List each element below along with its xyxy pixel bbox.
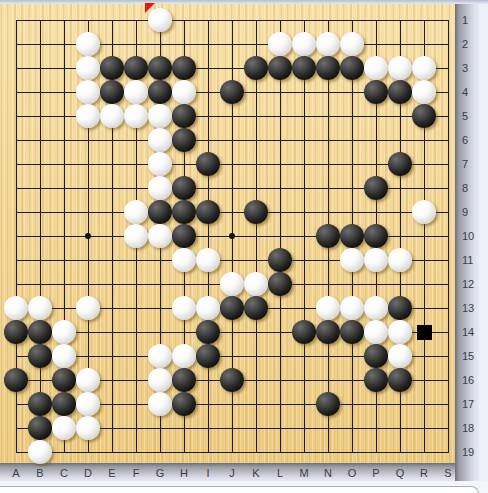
intersection-G13[interactable] bbox=[148, 296, 172, 320]
intersection-Q2[interactable] bbox=[388, 32, 412, 56]
intersection-P1[interactable] bbox=[364, 8, 388, 32]
intersection-C11[interactable] bbox=[52, 248, 76, 272]
intersection-P13[interactable] bbox=[364, 296, 388, 320]
intersection-A6[interactable] bbox=[4, 128, 28, 152]
intersection-A12[interactable] bbox=[4, 272, 28, 296]
intersection-A14[interactable] bbox=[4, 320, 28, 344]
intersection-O9[interactable] bbox=[340, 200, 364, 224]
intersection-M10[interactable] bbox=[292, 224, 316, 248]
intersection-K7[interactable] bbox=[244, 152, 268, 176]
intersection-C15[interactable] bbox=[52, 344, 76, 368]
intersection-F7[interactable] bbox=[124, 152, 148, 176]
intersection-J11[interactable] bbox=[220, 248, 244, 272]
intersection-G9[interactable] bbox=[148, 200, 172, 224]
intersection-I7[interactable] bbox=[196, 152, 220, 176]
intersection-B7[interactable] bbox=[28, 152, 52, 176]
intersection-F9[interactable] bbox=[124, 200, 148, 224]
intersection-P15[interactable] bbox=[364, 344, 388, 368]
intersection-K12[interactable] bbox=[244, 272, 268, 296]
intersection-L18[interactable] bbox=[268, 416, 292, 440]
intersection-A17[interactable] bbox=[4, 392, 28, 416]
intersection-R6[interactable] bbox=[412, 128, 436, 152]
intersection-A5[interactable] bbox=[4, 104, 28, 128]
intersection-F16[interactable] bbox=[124, 368, 148, 392]
intersection-E4[interactable] bbox=[100, 80, 124, 104]
intersection-B3[interactable] bbox=[28, 56, 52, 80]
intersection-B11[interactable] bbox=[28, 248, 52, 272]
intersection-J16[interactable] bbox=[220, 368, 244, 392]
intersection-I19[interactable] bbox=[196, 440, 220, 464]
intersection-M19[interactable] bbox=[292, 440, 316, 464]
intersection-Q10[interactable] bbox=[388, 224, 412, 248]
intersection-P3[interactable] bbox=[364, 56, 388, 80]
intersection-D5[interactable] bbox=[76, 104, 100, 128]
intersection-I13[interactable] bbox=[196, 296, 220, 320]
intersection-E7[interactable] bbox=[100, 152, 124, 176]
intersection-N4[interactable] bbox=[316, 80, 340, 104]
intersection-K14[interactable] bbox=[244, 320, 268, 344]
intersection-C19[interactable] bbox=[52, 440, 76, 464]
intersection-P16[interactable] bbox=[364, 368, 388, 392]
intersection-B4[interactable] bbox=[28, 80, 52, 104]
intersection-Q12[interactable] bbox=[388, 272, 412, 296]
intersection-N1[interactable] bbox=[316, 8, 340, 32]
intersection-M8[interactable] bbox=[292, 176, 316, 200]
intersection-C2[interactable] bbox=[52, 32, 76, 56]
intersection-K16[interactable] bbox=[244, 368, 268, 392]
intersection-R13[interactable] bbox=[412, 296, 436, 320]
intersection-H10[interactable] bbox=[172, 224, 196, 248]
intersection-C9[interactable] bbox=[52, 200, 76, 224]
intersection-R19[interactable] bbox=[412, 440, 436, 464]
intersection-B17[interactable] bbox=[28, 392, 52, 416]
intersection-C17[interactable] bbox=[52, 392, 76, 416]
intersection-L14[interactable] bbox=[268, 320, 292, 344]
intersection-M1[interactable] bbox=[292, 8, 316, 32]
intersection-I15[interactable] bbox=[196, 344, 220, 368]
intersection-D8[interactable] bbox=[76, 176, 100, 200]
intersection-L6[interactable] bbox=[268, 128, 292, 152]
intersection-D17[interactable] bbox=[76, 392, 100, 416]
intersection-H11[interactable] bbox=[172, 248, 196, 272]
intersection-K4[interactable] bbox=[244, 80, 268, 104]
intersection-G12[interactable] bbox=[148, 272, 172, 296]
intersection-F6[interactable] bbox=[124, 128, 148, 152]
intersection-H12[interactable] bbox=[172, 272, 196, 296]
intersection-B15[interactable] bbox=[28, 344, 52, 368]
intersection-M18[interactable] bbox=[292, 416, 316, 440]
intersection-I8[interactable] bbox=[196, 176, 220, 200]
intersection-D15[interactable] bbox=[76, 344, 100, 368]
intersection-P12[interactable] bbox=[364, 272, 388, 296]
intersection-K11[interactable] bbox=[244, 248, 268, 272]
intersection-N8[interactable] bbox=[316, 176, 340, 200]
intersection-R3[interactable] bbox=[412, 56, 436, 80]
intersection-M17[interactable] bbox=[292, 392, 316, 416]
intersection-C10[interactable] bbox=[52, 224, 76, 248]
intersection-Q8[interactable] bbox=[388, 176, 412, 200]
intersection-E19[interactable] bbox=[100, 440, 124, 464]
intersection-Q15[interactable] bbox=[388, 344, 412, 368]
intersection-D10[interactable] bbox=[76, 224, 100, 248]
intersection-N18[interactable] bbox=[316, 416, 340, 440]
intersection-H1[interactable] bbox=[172, 8, 196, 32]
intersection-L4[interactable] bbox=[268, 80, 292, 104]
intersection-N2[interactable] bbox=[316, 32, 340, 56]
intersection-Q17[interactable] bbox=[388, 392, 412, 416]
intersection-A3[interactable] bbox=[4, 56, 28, 80]
intersection-P18[interactable] bbox=[364, 416, 388, 440]
intersection-K13[interactable] bbox=[244, 296, 268, 320]
intersection-G7[interactable] bbox=[148, 152, 172, 176]
intersection-O14[interactable] bbox=[340, 320, 364, 344]
intersection-O10[interactable] bbox=[340, 224, 364, 248]
intersection-C8[interactable] bbox=[52, 176, 76, 200]
intersection-D7[interactable] bbox=[76, 152, 100, 176]
intersection-C13[interactable] bbox=[52, 296, 76, 320]
intersection-R4[interactable] bbox=[412, 80, 436, 104]
intersection-K18[interactable] bbox=[244, 416, 268, 440]
intersection-J9[interactable] bbox=[220, 200, 244, 224]
intersection-C1[interactable] bbox=[52, 8, 76, 32]
intersection-K9[interactable] bbox=[244, 200, 268, 224]
intersection-I6[interactable] bbox=[196, 128, 220, 152]
intersection-B16[interactable] bbox=[28, 368, 52, 392]
intersection-G10[interactable] bbox=[148, 224, 172, 248]
intersection-F4[interactable] bbox=[124, 80, 148, 104]
intersection-I11[interactable] bbox=[196, 248, 220, 272]
intersection-P2[interactable] bbox=[364, 32, 388, 56]
intersection-C4[interactable] bbox=[52, 80, 76, 104]
intersection-H5[interactable] bbox=[172, 104, 196, 128]
intersection-B19[interactable] bbox=[28, 440, 52, 464]
intersection-J6[interactable] bbox=[220, 128, 244, 152]
intersection-G3[interactable] bbox=[148, 56, 172, 80]
intersection-H9[interactable] bbox=[172, 200, 196, 224]
intersection-G19[interactable] bbox=[148, 440, 172, 464]
intersection-E12[interactable] bbox=[100, 272, 124, 296]
intersection-L9[interactable] bbox=[268, 200, 292, 224]
intersection-R11[interactable] bbox=[412, 248, 436, 272]
intersection-M11[interactable] bbox=[292, 248, 316, 272]
intersection-I3[interactable] bbox=[196, 56, 220, 80]
intersection-J4[interactable] bbox=[220, 80, 244, 104]
intersection-Q9[interactable] bbox=[388, 200, 412, 224]
intersection-F17[interactable] bbox=[124, 392, 148, 416]
intersection-N12[interactable] bbox=[316, 272, 340, 296]
intersection-I16[interactable] bbox=[196, 368, 220, 392]
intersection-E9[interactable] bbox=[100, 200, 124, 224]
intersection-N16[interactable] bbox=[316, 368, 340, 392]
intersection-J17[interactable] bbox=[220, 392, 244, 416]
intersection-N7[interactable] bbox=[316, 152, 340, 176]
intersection-I2[interactable] bbox=[196, 32, 220, 56]
intersection-Q13[interactable] bbox=[388, 296, 412, 320]
intersection-Q6[interactable] bbox=[388, 128, 412, 152]
intersection-I9[interactable] bbox=[196, 200, 220, 224]
intersection-F18[interactable] bbox=[124, 416, 148, 440]
intersection-O19[interactable] bbox=[340, 440, 364, 464]
intersection-H15[interactable] bbox=[172, 344, 196, 368]
intersection-M7[interactable] bbox=[292, 152, 316, 176]
intersection-G14[interactable] bbox=[148, 320, 172, 344]
intersection-I17[interactable] bbox=[196, 392, 220, 416]
intersection-J5[interactable] bbox=[220, 104, 244, 128]
intersection-F14[interactable] bbox=[124, 320, 148, 344]
intersection-H13[interactable] bbox=[172, 296, 196, 320]
intersection-Q19[interactable] bbox=[388, 440, 412, 464]
intersection-N9[interactable] bbox=[316, 200, 340, 224]
intersection-N14[interactable] bbox=[316, 320, 340, 344]
intersection-K1[interactable] bbox=[244, 8, 268, 32]
intersection-D6[interactable] bbox=[76, 128, 100, 152]
intersection-L12[interactable] bbox=[268, 272, 292, 296]
intersection-C16[interactable] bbox=[52, 368, 76, 392]
intersection-F15[interactable] bbox=[124, 344, 148, 368]
intersection-M12[interactable] bbox=[292, 272, 316, 296]
intersection-G15[interactable] bbox=[148, 344, 172, 368]
intersection-G18[interactable] bbox=[148, 416, 172, 440]
intersection-A10[interactable] bbox=[4, 224, 28, 248]
intersection-K17[interactable] bbox=[244, 392, 268, 416]
intersection-H8[interactable] bbox=[172, 176, 196, 200]
intersection-H19[interactable] bbox=[172, 440, 196, 464]
intersection-I5[interactable] bbox=[196, 104, 220, 128]
intersection-P4[interactable] bbox=[364, 80, 388, 104]
intersection-O4[interactable] bbox=[340, 80, 364, 104]
intersection-Q7[interactable] bbox=[388, 152, 412, 176]
intersection-F10[interactable] bbox=[124, 224, 148, 248]
intersection-D1[interactable] bbox=[76, 8, 100, 32]
intersection-K3[interactable] bbox=[244, 56, 268, 80]
intersection-F8[interactable] bbox=[124, 176, 148, 200]
intersection-R15[interactable] bbox=[412, 344, 436, 368]
intersection-B6[interactable] bbox=[28, 128, 52, 152]
intersection-P19[interactable] bbox=[364, 440, 388, 464]
intersection-D14[interactable] bbox=[76, 320, 100, 344]
intersection-M4[interactable] bbox=[292, 80, 316, 104]
intersection-F5[interactable] bbox=[124, 104, 148, 128]
intersection-E10[interactable] bbox=[100, 224, 124, 248]
intersection-D3[interactable] bbox=[76, 56, 100, 80]
intersection-E15[interactable] bbox=[100, 344, 124, 368]
intersection-A8[interactable] bbox=[4, 176, 28, 200]
intersection-L17[interactable] bbox=[268, 392, 292, 416]
intersection-A19[interactable] bbox=[4, 440, 28, 464]
intersection-L1[interactable] bbox=[268, 8, 292, 32]
intersection-L7[interactable] bbox=[268, 152, 292, 176]
intersection-O11[interactable] bbox=[340, 248, 364, 272]
intersection-B1[interactable] bbox=[28, 8, 52, 32]
intersection-A4[interactable] bbox=[4, 80, 28, 104]
intersection-R8[interactable] bbox=[412, 176, 436, 200]
intersection-K8[interactable] bbox=[244, 176, 268, 200]
intersection-N13[interactable] bbox=[316, 296, 340, 320]
intersection-B14[interactable] bbox=[28, 320, 52, 344]
intersection-H7[interactable] bbox=[172, 152, 196, 176]
intersection-L8[interactable] bbox=[268, 176, 292, 200]
intersection-L5[interactable] bbox=[268, 104, 292, 128]
intersection-K10[interactable] bbox=[244, 224, 268, 248]
intersection-G16[interactable] bbox=[148, 368, 172, 392]
intersection-E8[interactable] bbox=[100, 176, 124, 200]
intersection-D13[interactable] bbox=[76, 296, 100, 320]
intersection-O7[interactable] bbox=[340, 152, 364, 176]
intersection-Q1[interactable] bbox=[388, 8, 412, 32]
intersection-H6[interactable] bbox=[172, 128, 196, 152]
intersection-L13[interactable] bbox=[268, 296, 292, 320]
intersection-A15[interactable] bbox=[4, 344, 28, 368]
intersection-L16[interactable] bbox=[268, 368, 292, 392]
intersection-F2[interactable] bbox=[124, 32, 148, 56]
intersection-E14[interactable] bbox=[100, 320, 124, 344]
intersection-D16[interactable] bbox=[76, 368, 100, 392]
intersection-F13[interactable] bbox=[124, 296, 148, 320]
intersection-Q3[interactable] bbox=[388, 56, 412, 80]
intersection-J18[interactable] bbox=[220, 416, 244, 440]
intersection-K2[interactable] bbox=[244, 32, 268, 56]
intersection-A16[interactable] bbox=[4, 368, 28, 392]
intersection-Q16[interactable] bbox=[388, 368, 412, 392]
intersection-J2[interactable] bbox=[220, 32, 244, 56]
intersection-B2[interactable] bbox=[28, 32, 52, 56]
intersection-R5[interactable] bbox=[412, 104, 436, 128]
intersection-E11[interactable] bbox=[100, 248, 124, 272]
intersection-E18[interactable] bbox=[100, 416, 124, 440]
intersection-O3[interactable] bbox=[340, 56, 364, 80]
intersection-G1[interactable] bbox=[148, 8, 172, 32]
intersection-G17[interactable] bbox=[148, 392, 172, 416]
intersection-N15[interactable] bbox=[316, 344, 340, 368]
intersection-D18[interactable] bbox=[76, 416, 100, 440]
intersection-J10[interactable] bbox=[220, 224, 244, 248]
intersection-O16[interactable] bbox=[340, 368, 364, 392]
intersection-I14[interactable] bbox=[196, 320, 220, 344]
intersection-M14[interactable] bbox=[292, 320, 316, 344]
intersection-E6[interactable] bbox=[100, 128, 124, 152]
intersection-A1[interactable] bbox=[4, 8, 28, 32]
intersection-O12[interactable] bbox=[340, 272, 364, 296]
intersection-D9[interactable] bbox=[76, 200, 100, 224]
intersection-B10[interactable] bbox=[28, 224, 52, 248]
intersection-D19[interactable] bbox=[76, 440, 100, 464]
intersection-H3[interactable] bbox=[172, 56, 196, 80]
intersection-Q4[interactable] bbox=[388, 80, 412, 104]
intersection-N5[interactable] bbox=[316, 104, 340, 128]
intersection-C12[interactable] bbox=[52, 272, 76, 296]
intersection-B13[interactable] bbox=[28, 296, 52, 320]
intersection-O18[interactable] bbox=[340, 416, 364, 440]
intersection-R9[interactable] bbox=[412, 200, 436, 224]
intersection-B5[interactable] bbox=[28, 104, 52, 128]
intersection-M3[interactable] bbox=[292, 56, 316, 80]
intersection-I10[interactable] bbox=[196, 224, 220, 248]
intersection-O6[interactable] bbox=[340, 128, 364, 152]
intersection-D11[interactable] bbox=[76, 248, 100, 272]
intersection-J13[interactable] bbox=[220, 296, 244, 320]
intersection-R17[interactable] bbox=[412, 392, 436, 416]
intersection-L11[interactable] bbox=[268, 248, 292, 272]
intersection-O1[interactable] bbox=[340, 8, 364, 32]
intersection-H16[interactable] bbox=[172, 368, 196, 392]
intersection-H18[interactable] bbox=[172, 416, 196, 440]
intersection-K19[interactable] bbox=[244, 440, 268, 464]
intersection-R18[interactable] bbox=[412, 416, 436, 440]
intersection-M15[interactable] bbox=[292, 344, 316, 368]
intersection-M5[interactable] bbox=[292, 104, 316, 128]
intersection-J19[interactable] bbox=[220, 440, 244, 464]
intersection-F11[interactable] bbox=[124, 248, 148, 272]
intersection-P7[interactable] bbox=[364, 152, 388, 176]
intersection-H4[interactable] bbox=[172, 80, 196, 104]
intersection-A13[interactable] bbox=[4, 296, 28, 320]
intersection-P9[interactable] bbox=[364, 200, 388, 224]
intersection-N19[interactable] bbox=[316, 440, 340, 464]
intersection-J3[interactable] bbox=[220, 56, 244, 80]
intersection-F12[interactable] bbox=[124, 272, 148, 296]
intersection-I1[interactable] bbox=[196, 8, 220, 32]
intersection-P10[interactable] bbox=[364, 224, 388, 248]
intersection-A11[interactable] bbox=[4, 248, 28, 272]
intersection-M16[interactable] bbox=[292, 368, 316, 392]
intersection-P14[interactable] bbox=[364, 320, 388, 344]
intersection-R7[interactable] bbox=[412, 152, 436, 176]
intersection-G5[interactable] bbox=[148, 104, 172, 128]
intersection-B9[interactable] bbox=[28, 200, 52, 224]
intersection-N6[interactable] bbox=[316, 128, 340, 152]
intersection-E5[interactable] bbox=[100, 104, 124, 128]
intersection-J7[interactable] bbox=[220, 152, 244, 176]
intersection-D12[interactable] bbox=[76, 272, 100, 296]
intersection-C18[interactable] bbox=[52, 416, 76, 440]
intersection-J15[interactable] bbox=[220, 344, 244, 368]
intersection-O5[interactable] bbox=[340, 104, 364, 128]
intersection-Q11[interactable] bbox=[388, 248, 412, 272]
intersection-M2[interactable] bbox=[292, 32, 316, 56]
intersection-P8[interactable] bbox=[364, 176, 388, 200]
intersection-R1[interactable] bbox=[412, 8, 436, 32]
intersection-L3[interactable] bbox=[268, 56, 292, 80]
intersection-O15[interactable] bbox=[340, 344, 364, 368]
intersection-H14[interactable] bbox=[172, 320, 196, 344]
intersection-L10[interactable] bbox=[268, 224, 292, 248]
intersection-A7[interactable] bbox=[4, 152, 28, 176]
intersection-H17[interactable] bbox=[172, 392, 196, 416]
intersection-G6[interactable] bbox=[148, 128, 172, 152]
intersection-J1[interactable] bbox=[220, 8, 244, 32]
intersection-M13[interactable] bbox=[292, 296, 316, 320]
intersection-F19[interactable] bbox=[124, 440, 148, 464]
intersection-K6[interactable] bbox=[244, 128, 268, 152]
intersection-N11[interactable] bbox=[316, 248, 340, 272]
intersection-B8[interactable] bbox=[28, 176, 52, 200]
intersection-P5[interactable] bbox=[364, 104, 388, 128]
intersection-N10[interactable] bbox=[316, 224, 340, 248]
intersection-O17[interactable] bbox=[340, 392, 364, 416]
intersection-D4[interactable] bbox=[76, 80, 100, 104]
intersection-H2[interactable] bbox=[172, 32, 196, 56]
intersection-G4[interactable] bbox=[148, 80, 172, 104]
intersection-M6[interactable] bbox=[292, 128, 316, 152]
intersection-C7[interactable] bbox=[52, 152, 76, 176]
intersection-C14[interactable] bbox=[52, 320, 76, 344]
intersection-R10[interactable] bbox=[412, 224, 436, 248]
intersection-E3[interactable] bbox=[100, 56, 124, 80]
intersection-C5[interactable] bbox=[52, 104, 76, 128]
intersection-A2[interactable] bbox=[4, 32, 28, 56]
intersection-O13[interactable] bbox=[340, 296, 364, 320]
intersection-N17[interactable] bbox=[316, 392, 340, 416]
